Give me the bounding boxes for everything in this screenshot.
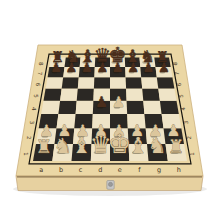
- file-label-c: c: [79, 166, 83, 174]
- square-h6: [157, 77, 175, 88]
- piece-dark-p-b7: ♟: [66, 60, 78, 75]
- file-label-h: h: [177, 166, 181, 174]
- piece-light-r-a1: ♜: [36, 136, 53, 157]
- piece-light-r-h1: ♜: [168, 136, 185, 157]
- square-f6: [126, 77, 143, 88]
- product-photo: abcdefgh1122334455667788♜♞♝♛♚♝♞♜♟♟♟♟♟♟♟♟…: [0, 0, 220, 220]
- rank-label-right-5: 5: [178, 94, 184, 98]
- file-label-a: a: [39, 166, 43, 174]
- piece-light-n-b1: ♞: [53, 134, 72, 158]
- chess-board: abcdefgh1122334455667788♜♞♝♛♚♝♞♜♟♟♟♟♟♟♟♟…: [0, 0, 220, 220]
- piece-dark-p-f7: ♟: [127, 60, 139, 75]
- square-c5: [77, 89, 94, 101]
- square-a6: [46, 77, 64, 88]
- rank-label-left-3: 3: [29, 121, 35, 125]
- rank-label-left-2: 2: [26, 136, 32, 140]
- rank-label-right-4: 4: [180, 107, 186, 111]
- piece-light-p-e4: ♟: [112, 93, 125, 110]
- rank-label-left-8: 8: [38, 62, 44, 66]
- file-label-g: g: [157, 166, 161, 174]
- rank-label-left-5: 5: [33, 94, 39, 98]
- rank-label-right-2: 2: [186, 136, 192, 140]
- piece-dark-p-a7: ♟: [50, 60, 62, 75]
- rank-label-right-7: 7: [174, 71, 180, 75]
- square-f4: [127, 101, 145, 114]
- piece-dark-p-d4: ♟: [95, 93, 108, 110]
- rank-label-right-1: 1: [189, 152, 195, 156]
- square-b6: [62, 77, 79, 88]
- file-label-d: d: [98, 166, 102, 174]
- square-h5: [158, 89, 176, 101]
- file-label-b: b: [59, 166, 63, 174]
- square-g5: [142, 89, 160, 101]
- piece-dark-p-e7: ♟: [112, 60, 124, 75]
- square-c4: [76, 101, 94, 114]
- square-c6: [78, 77, 95, 88]
- square-a4: [41, 101, 60, 114]
- piece-dark-p-h7: ♟: [158, 60, 170, 75]
- rank-label-right-6: 6: [176, 82, 182, 86]
- piece-dark-p-d7: ♟: [96, 60, 108, 75]
- rank-label-left-6: 6: [35, 83, 41, 87]
- square-h4: [160, 101, 179, 114]
- rank-label-right-8: 8: [172, 61, 178, 65]
- piece-light-n-g1: ♞: [148, 134, 167, 158]
- piece-light-b-c1: ♝: [72, 133, 92, 158]
- square-b4: [58, 101, 76, 114]
- piece-light-b-f1: ♝: [128, 133, 148, 158]
- square-b5: [60, 89, 78, 101]
- square-a5: [44, 89, 62, 101]
- rank-label-left-1: 1: [23, 152, 29, 156]
- file-label-e: e: [118, 166, 122, 174]
- square-f5: [126, 89, 143, 101]
- square-g4: [143, 101, 161, 114]
- rank-label-right-3: 3: [183, 120, 189, 124]
- clasp: [107, 181, 114, 190]
- rank-label-left-7: 7: [37, 72, 43, 76]
- piece-dark-p-c7: ♟: [81, 60, 93, 75]
- square-g6: [141, 77, 158, 88]
- square-d6: [94, 77, 110, 88]
- piece-dark-p-g7: ♟: [143, 60, 155, 75]
- clasp-knob: [108, 182, 112, 186]
- rank-label-left-4: 4: [31, 107, 37, 111]
- chess-set-photo: abcdefgh1122334455667788♜♞♝♛♚♝♞♜♟♟♟♟♟♟♟♟…: [0, 0, 220, 220]
- square-e6: [110, 77, 126, 88]
